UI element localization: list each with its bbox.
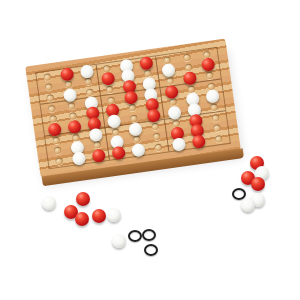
white-marble: [172, 137, 187, 152]
cell-r9c2: [68, 152, 90, 165]
cell-r9c1: [48, 155, 70, 168]
empty-hole: [55, 158, 63, 166]
empty-hole: [153, 133, 161, 141]
board-grid: [35, 47, 231, 170]
cell-r9c9: [208, 132, 230, 145]
game-board: [25, 38, 241, 177]
empty-hole: [67, 102, 75, 110]
cell-r9c3: [88, 149, 110, 162]
empty-hole: [129, 104, 137, 112]
loose-white-marble: [112, 234, 126, 248]
empty-hole: [152, 122, 160, 130]
empty-hole: [85, 88, 93, 96]
empty-hole: [166, 77, 174, 85]
empty-hole: [155, 144, 163, 152]
red-marble: [112, 146, 127, 161]
empty-hole: [44, 84, 52, 92]
product-photo: [0, 0, 300, 300]
empty-hole: [130, 114, 138, 122]
loose-white-marble: [241, 198, 255, 212]
empty-hole: [214, 124, 222, 132]
empty-hole: [144, 70, 152, 78]
empty-hole: [65, 81, 73, 89]
cell-r9c4: [108, 146, 130, 159]
loose-red-marble: [75, 212, 89, 226]
empty-hole: [69, 112, 77, 120]
empty-hole: [53, 147, 61, 155]
empty-hole: [93, 141, 101, 149]
empty-hole: [52, 136, 60, 144]
empty-hole: [183, 53, 191, 61]
cell-r9c8: [188, 135, 210, 148]
loose-red-marble: [76, 192, 90, 206]
cell-r9c5: [128, 144, 150, 157]
empty-hole: [49, 115, 57, 123]
black-ring: [128, 230, 142, 242]
empty-hole: [211, 103, 219, 111]
empty-hole: [84, 78, 92, 86]
empty-hole: [43, 73, 51, 81]
empty-hole: [185, 64, 193, 72]
loose-white-marble: [42, 196, 56, 210]
empty-hole: [46, 94, 54, 102]
white-marble: [132, 143, 147, 158]
loose-red-marble: [251, 177, 265, 191]
loose-red-marble: [92, 209, 106, 223]
empty-hole: [215, 135, 223, 143]
cell-r9c6: [148, 141, 170, 154]
empty-hole: [106, 85, 114, 93]
red-marble: [91, 149, 106, 164]
black-ring: [144, 244, 158, 256]
cell-r9c7: [168, 138, 190, 151]
white-marble: [72, 151, 87, 166]
empty-hole: [212, 114, 220, 122]
red-marble: [192, 134, 207, 149]
empty-hole: [47, 105, 55, 113]
black-ring: [142, 229, 156, 241]
empty-hole: [133, 136, 141, 144]
loose-white-marble: [107, 208, 121, 222]
empty-hole: [169, 98, 177, 106]
empty-hole: [206, 71, 214, 79]
